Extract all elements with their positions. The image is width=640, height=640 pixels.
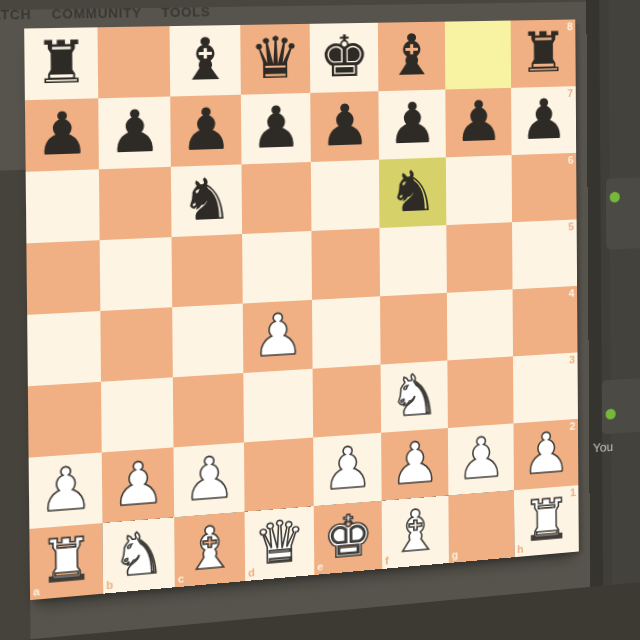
white-bishop[interactable]: ♝ [390, 501, 440, 561]
side-panel-item[interactable] [602, 377, 640, 434]
square-e6[interactable] [311, 160, 380, 231]
white-queen[interactable]: ♛ [254, 511, 306, 572]
square-f2[interactable]: ♟ [381, 428, 448, 501]
square-b2[interactable]: ♟ [102, 447, 174, 523]
coordinate-label: a [33, 586, 40, 598]
white-pawn[interactable]: ♟ [38, 458, 93, 521]
black-knight[interactable]: ♞ [180, 169, 233, 229]
white-pawn[interactable]: ♟ [111, 453, 165, 515]
square-a8[interactable]: ♜ [24, 27, 98, 100]
square-g5[interactable] [446, 222, 512, 293]
square-b8[interactable] [98, 26, 171, 98]
white-pawn[interactable]: ♟ [390, 433, 440, 493]
coordinate-label: 3 [569, 355, 575, 366]
black-rook[interactable]: ♜ [34, 32, 89, 92]
coordinate-label: 1 [570, 487, 576, 498]
square-d6[interactable] [241, 162, 311, 234]
square-b3[interactable] [101, 377, 173, 452]
square-d1[interactable]: d♛ [245, 506, 315, 581]
square-h6[interactable]: 6 [512, 153, 577, 222]
square-c3[interactable] [173, 373, 244, 447]
white-knight[interactable]: ♞ [389, 365, 439, 424]
square-d3[interactable] [243, 369, 313, 443]
square-g8[interactable] [445, 21, 511, 90]
square-h3[interactable]: 3 [513, 352, 578, 423]
square-d7[interactable]: ♟ [241, 93, 311, 164]
square-f3[interactable]: ♞ [381, 360, 448, 432]
white-rook[interactable]: ♜ [522, 490, 570, 549]
black-knight[interactable]: ♞ [388, 162, 438, 220]
coordinate-label: 6 [568, 155, 574, 166]
square-f4[interactable] [380, 293, 447, 365]
square-a6[interactable] [26, 169, 100, 243]
square-e2[interactable]: ♟ [313, 433, 382, 507]
side-panel-item[interactable] [606, 177, 640, 250]
square-h8[interactable]: 8♜ [511, 19, 576, 87]
black-pawn[interactable]: ♟ [35, 103, 90, 164]
square-h2[interactable]: 2♟ [513, 419, 578, 490]
coordinate-label: c [178, 573, 184, 585]
square-a2[interactable]: ♟ [29, 452, 103, 528]
square-h5[interactable]: 5 [512, 219, 577, 289]
square-a3[interactable] [28, 382, 102, 458]
square-a7[interactable]: ♟ [25, 98, 99, 171]
coordinate-label: 2 [569, 421, 575, 432]
black-bishop[interactable]: ♝ [387, 26, 437, 83]
white-king[interactable]: ♚ [323, 506, 374, 567]
square-e7[interactable]: ♟ [310, 91, 379, 162]
square-g2[interactable]: ♟ [448, 423, 514, 495]
white-pawn[interactable]: ♟ [322, 438, 373, 498]
coordinate-label: 8 [567, 21, 573, 32]
square-e8[interactable]: ♚ [310, 23, 379, 93]
square-f6[interactable]: ♞ [379, 157, 446, 228]
square-c6[interactable]: ♞ [171, 164, 242, 237]
square-f1[interactable]: f♝ [382, 496, 449, 569]
square-d4[interactable]: ♟ [243, 300, 313, 373]
square-c1[interactable]: c♝ [174, 512, 245, 588]
black-queen[interactable]: ♛ [249, 28, 301, 86]
square-e4[interactable] [312, 296, 381, 368]
black-pawn[interactable]: ♟ [520, 91, 568, 148]
square-b1[interactable]: b♞ [102, 517, 174, 593]
black-bishop[interactable]: ♝ [179, 30, 232, 89]
square-c5[interactable] [172, 234, 243, 307]
white-rook[interactable]: ♜ [39, 528, 94, 591]
square-g1[interactable]: g [448, 490, 514, 563]
black-pawn[interactable]: ♟ [108, 101, 162, 161]
coordinate-label: e [317, 561, 323, 572]
black-pawn[interactable]: ♟ [319, 96, 370, 154]
square-h1[interactable]: 1h♜ [514, 485, 579, 557]
coordinate-label: b [106, 579, 113, 591]
player-you-label: You [593, 439, 613, 455]
square-g7[interactable]: ♟ [445, 88, 511, 158]
square-a4[interactable] [27, 311, 101, 386]
square-g3[interactable] [447, 356, 513, 428]
nav-item-tools[interactable]: TOOLS [161, 4, 210, 20]
page: WATCH COMMUNITY TOOLS You ♜♝♛♚♝8♜♟♟♟♟♟♟♟… [0, 0, 627, 640]
square-d5[interactable] [242, 231, 312, 304]
chess-board: ♜♝♛♚♝8♜♟♟♟♟♟♟♟7♟♞♞65♟4♞3♟♟♟♟♟♟2♟a♜b♞c♝d♛… [24, 19, 579, 600]
square-c7[interactable]: ♟ [170, 95, 241, 167]
square-h7[interactable]: 7♟ [511, 86, 576, 155]
main-navbar: WATCH COMMUNITY TOOLS [0, 4, 210, 23]
black-pawn[interactable]: ♟ [454, 92, 503, 149]
nav-item-watch[interactable]: WATCH [0, 7, 31, 23]
coordinate-label: h [517, 544, 523, 555]
square-d2[interactable] [244, 438, 314, 512]
white-pawn[interactable]: ♟ [183, 448, 236, 509]
square-h4[interactable]: 4 [513, 286, 578, 356]
coordinate-label: g [452, 549, 459, 560]
square-c2[interactable]: ♟ [173, 442, 244, 517]
coordinate-label: f [385, 556, 389, 567]
square-g4[interactable] [447, 289, 513, 360]
square-d8[interactable]: ♛ [240, 24, 310, 95]
square-f5[interactable] [379, 225, 446, 296]
black-rook[interactable]: ♜ [519, 24, 567, 80]
coordinate-label: 7 [567, 88, 573, 99]
coordinate-label: 4 [569, 288, 575, 299]
black-pawn[interactable]: ♟ [387, 94, 437, 152]
black-king[interactable]: ♚ [319, 27, 370, 85]
white-pawn[interactable]: ♟ [456, 428, 505, 487]
square-a1[interactable]: a♜ [29, 523, 103, 600]
square-c4[interactable] [172, 304, 243, 378]
square-c8[interactable]: ♝ [170, 25, 241, 97]
white-bishop[interactable]: ♝ [183, 517, 236, 579]
white-pawn[interactable]: ♟ [522, 424, 570, 483]
square-f8[interactable]: ♝ [378, 22, 445, 92]
right-side-panel [608, 0, 640, 640]
white-knight[interactable]: ♞ [112, 523, 166, 585]
white-pawn[interactable]: ♟ [252, 305, 304, 365]
square-b5[interactable] [100, 237, 173, 311]
black-pawn[interactable]: ♟ [250, 98, 302, 157]
square-a5[interactable] [26, 240, 100, 315]
square-b4[interactable] [100, 307, 173, 382]
square-e5[interactable] [311, 228, 380, 300]
square-g6[interactable] [446, 155, 512, 225]
square-b6[interactable] [99, 167, 172, 240]
coordinate-label: d [248, 567, 255, 579]
square-e3[interactable] [313, 365, 382, 438]
nav-item-community[interactable]: COMMUNITY [51, 5, 141, 22]
square-b7[interactable]: ♟ [98, 97, 171, 170]
square-f7[interactable]: ♟ [378, 90, 445, 160]
black-pawn[interactable]: ♟ [179, 99, 232, 158]
square-e1[interactable]: e♚ [314, 501, 382, 575]
coordinate-label: 5 [568, 221, 574, 232]
